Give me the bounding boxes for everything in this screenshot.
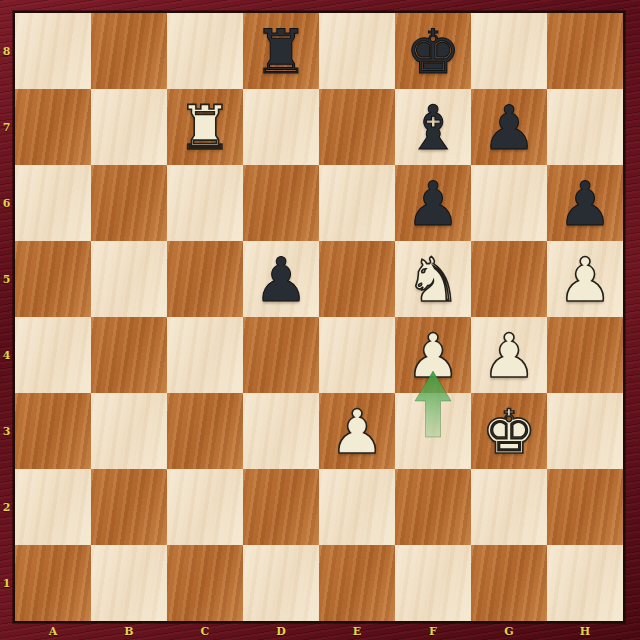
square-e8[interactable] (319, 13, 395, 89)
square-c8[interactable] (167, 13, 243, 89)
rank-label-2: 2 (0, 469, 13, 545)
square-b8[interactable] (91, 13, 167, 89)
square-h6[interactable]: ♟ (547, 165, 623, 241)
square-b6[interactable] (91, 165, 167, 241)
file-label-a: A (15, 624, 91, 639)
square-c5[interactable] (167, 241, 243, 317)
square-f8[interactable]: ♚ (395, 13, 471, 89)
square-a7[interactable] (15, 89, 91, 165)
square-g1[interactable] (471, 545, 547, 621)
square-b3[interactable] (91, 393, 167, 469)
square-d5[interactable]: ♟ (243, 241, 319, 317)
rank-label-6: 6 (0, 165, 13, 241)
square-f7[interactable]: ♝ (395, 89, 471, 165)
square-g3[interactable]: ♚ (471, 393, 547, 469)
rank-label-1: 1 (0, 545, 13, 621)
piece-white-pawn[interactable]: ♟ (395, 317, 471, 393)
piece-black-rook[interactable]: ♜ (243, 13, 319, 89)
square-e4[interactable] (319, 317, 395, 393)
square-c1[interactable] (167, 545, 243, 621)
file-label-d: D (243, 624, 319, 639)
square-b7[interactable] (91, 89, 167, 165)
square-b2[interactable] (91, 469, 167, 545)
square-g8[interactable] (471, 13, 547, 89)
square-g6[interactable] (471, 165, 547, 241)
piece-black-pawn[interactable]: ♟ (547, 165, 623, 241)
piece-black-pawn[interactable]: ♟ (243, 241, 319, 317)
file-label-f: F (395, 624, 471, 639)
square-e3[interactable]: ♟ (319, 393, 395, 469)
square-c6[interactable] (167, 165, 243, 241)
square-a1[interactable] (15, 545, 91, 621)
square-c2[interactable] (167, 469, 243, 545)
square-d3[interactable] (243, 393, 319, 469)
square-c4[interactable] (167, 317, 243, 393)
piece-white-pawn[interactable]: ♟ (319, 393, 395, 469)
square-e2[interactable] (319, 469, 395, 545)
square-d1[interactable] (243, 545, 319, 621)
square-c3[interactable] (167, 393, 243, 469)
square-e6[interactable] (319, 165, 395, 241)
square-h3[interactable] (547, 393, 623, 469)
square-a5[interactable] (15, 241, 91, 317)
rank-label-4: 4 (0, 317, 13, 393)
piece-white-pawn[interactable]: ♟ (547, 241, 623, 317)
square-e1[interactable] (319, 545, 395, 621)
square-b4[interactable] (91, 317, 167, 393)
piece-black-king[interactable]: ♚ (395, 13, 471, 89)
square-d4[interactable] (243, 317, 319, 393)
square-g5[interactable] (471, 241, 547, 317)
square-b1[interactable] (91, 545, 167, 621)
square-a8[interactable] (15, 13, 91, 89)
square-d6[interactable] (243, 165, 319, 241)
rank-label-7: 7 (0, 89, 13, 165)
square-f4[interactable]: ♟ (395, 317, 471, 393)
square-d7[interactable] (243, 89, 319, 165)
square-h4[interactable] (547, 317, 623, 393)
square-f2[interactable] (395, 469, 471, 545)
file-label-e: E (319, 624, 395, 639)
piece-white-knight[interactable]: ♞ (395, 241, 471, 317)
square-g2[interactable] (471, 469, 547, 545)
square-h8[interactable] (547, 13, 623, 89)
square-b5[interactable] (91, 241, 167, 317)
square-f5[interactable]: ♞ (395, 241, 471, 317)
square-f1[interactable] (395, 545, 471, 621)
square-g7[interactable]: ♟ (471, 89, 547, 165)
file-label-g: G (471, 624, 547, 639)
square-e7[interactable] (319, 89, 395, 165)
piece-black-bishop[interactable]: ♝ (395, 89, 471, 165)
rank-label-5: 5 (0, 241, 13, 317)
square-c7[interactable]: ♜ (167, 89, 243, 165)
square-h2[interactable] (547, 469, 623, 545)
square-h1[interactable] (547, 545, 623, 621)
square-d8[interactable]: ♜ (243, 13, 319, 89)
square-a6[interactable] (15, 165, 91, 241)
square-h7[interactable] (547, 89, 623, 165)
rank-label-3: 3 (0, 393, 13, 469)
piece-black-pawn[interactable]: ♟ (471, 89, 547, 165)
piece-black-pawn[interactable]: ♟ (395, 165, 471, 241)
square-f6[interactable]: ♟ (395, 165, 471, 241)
piece-white-rook[interactable]: ♜ (167, 89, 243, 165)
square-a4[interactable] (15, 317, 91, 393)
file-label-b: B (91, 624, 167, 639)
rank-label-8: 8 (0, 13, 13, 89)
square-d2[interactable] (243, 469, 319, 545)
square-e5[interactable] (319, 241, 395, 317)
square-a2[interactable] (15, 469, 91, 545)
square-g4[interactable]: ♟ (471, 317, 547, 393)
square-f3[interactable] (395, 393, 471, 469)
file-label-h: H (547, 624, 623, 639)
piece-white-king[interactable]: ♚ (471, 393, 547, 469)
chess-board: ♜♚♜♝♟♟♟♟♞♟♟♟♟♚ (13, 11, 625, 623)
piece-white-pawn[interactable]: ♟ (471, 317, 547, 393)
file-label-c: C (167, 624, 243, 639)
square-a3[interactable] (15, 393, 91, 469)
square-h5[interactable]: ♟ (547, 241, 623, 317)
